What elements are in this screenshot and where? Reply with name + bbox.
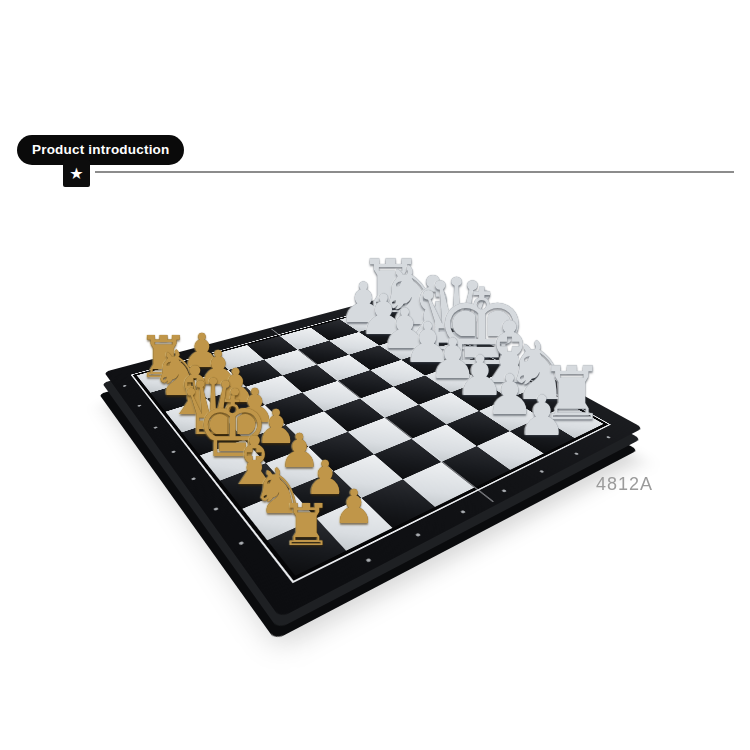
piece-gold-pawn: ♟ [234,383,276,430]
star-icon: ★ [63,160,90,187]
piece-gold-king: ♚ [196,387,270,470]
piece-silver-pawn: ♟ [358,287,408,343]
pieces-layer: ♜♞♝♛♚♝♞♜♟♟♟♟♟♟♟♟♟♟♟♟♟♟♟♟♜♞♝♛♚♝♞♜ [0,0,750,750]
piece-gold-knight: ♞ [150,342,206,405]
piece-silver-king: ♚ [434,274,529,380]
piece-silver-pawn: ♟ [517,387,567,443]
piece-silver-bishop: ♝ [395,264,471,349]
piece-silver-pawn: ♟ [455,348,505,404]
piece-silver-bishop: ♝ [471,310,547,395]
piece-gold-pawn: ♟ [181,328,223,375]
piece-gold-pawn: ♟ [197,345,239,392]
piece-gold-bishop: ♝ [165,358,225,425]
piece-gold-knight: ♞ [251,460,307,523]
piece-gold-queen: ♛ [178,369,247,446]
piece-silver-pawn: ♟ [428,331,478,387]
piece-gold-pawn: ♟ [215,363,257,410]
piece-gold-rook: ♜ [281,497,333,555]
piece-silver-pawn: ♟ [339,274,389,330]
product-photo-scene: Product introduction ★ ♜♞♝♛♚♝♞♜♟♟♟♟♟♟♟♟♟… [0,0,750,750]
piece-gold-pawn: ♟ [333,484,375,531]
piece-silver-knight: ♞ [375,256,447,337]
piece-gold-rook: ♜ [138,329,190,387]
piece-gold-pawn: ♟ [255,404,297,451]
piece-silver-rook: ♜ [539,357,605,431]
piece-silver-queen: ♛ [412,266,501,365]
piece-silver-knight: ♞ [503,331,575,412]
piece-silver-pawn: ♟ [380,301,430,357]
piece-silver-rook: ♜ [358,250,424,324]
piece-gold-pawn: ♟ [279,428,321,475]
piece-gold-pawn: ♟ [304,454,346,501]
piece-silver-pawn: ♟ [403,315,453,371]
piece-gold-bishop: ♝ [225,428,285,495]
piece-silver-pawn: ♟ [485,367,535,423]
